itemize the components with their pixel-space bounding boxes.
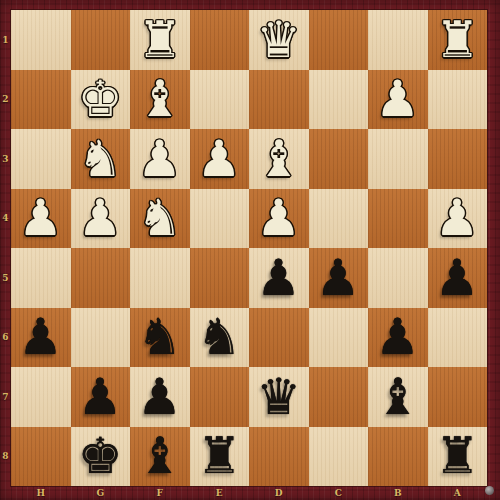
rank-label-1: 1: [0, 35, 11, 45]
square-h7[interactable]: [11, 367, 71, 427]
square-a4[interactable]: ♟: [428, 189, 488, 249]
square-d2[interactable]: [249, 70, 309, 130]
square-a5[interactable]: ♟: [428, 248, 488, 308]
square-c1[interactable]: [309, 10, 369, 70]
square-f7[interactable]: ♟: [130, 367, 190, 427]
piece-black-knight[interactable]: ♞: [197, 312, 242, 362]
square-f3[interactable]: ♟: [130, 129, 190, 189]
square-b5[interactable]: [368, 248, 428, 308]
square-g1[interactable]: [71, 10, 131, 70]
piece-black-pawn[interactable]: ♟: [18, 312, 63, 362]
piece-white-pawn[interactable]: ♟: [197, 134, 242, 184]
square-e1[interactable]: [190, 10, 250, 70]
rank-label-6: 6: [0, 332, 11, 342]
square-g8[interactable]: ♚: [71, 427, 131, 487]
square-h1[interactable]: [11, 10, 71, 70]
square-d5[interactable]: ♟: [249, 248, 309, 308]
file-label-c: C: [335, 486, 342, 500]
square-f2[interactable]: ♝: [130, 70, 190, 130]
piece-white-knight[interactable]: ♞: [78, 134, 123, 184]
file-label-h: H: [36, 486, 45, 500]
square-d7[interactable]: ♛: [249, 367, 309, 427]
square-g6[interactable]: [71, 308, 131, 368]
square-g2[interactable]: ♚: [71, 70, 131, 130]
square-d4[interactable]: ♟: [249, 189, 309, 249]
square-a6[interactable]: [428, 308, 488, 368]
square-g3[interactable]: ♞: [71, 129, 131, 189]
piece-white-rook[interactable]: ♜: [137, 15, 182, 65]
square-f5[interactable]: [130, 248, 190, 308]
piece-white-pawn[interactable]: ♟: [18, 193, 63, 243]
square-e8[interactable]: ♜: [190, 427, 250, 487]
square-a8[interactable]: ♜: [428, 427, 488, 487]
piece-black-rook[interactable]: ♜: [435, 431, 480, 481]
square-e5[interactable]: [190, 248, 250, 308]
square-a3[interactable]: [428, 129, 488, 189]
square-c4[interactable]: [309, 189, 369, 249]
square-d8[interactable]: [249, 427, 309, 487]
piece-black-pawn[interactable]: ♟: [256, 253, 301, 303]
rank-label-2: 2: [0, 94, 11, 104]
square-f1[interactable]: ♜: [130, 10, 190, 70]
piece-black-rook[interactable]: ♜: [197, 431, 242, 481]
chessboard: ♜♛♜♚♝♟♞♟♟♝♟♟♞♟♟♟♟♟♟♞♞♟♟♟♛♝♚♝♜♜: [11, 10, 487, 486]
piece-black-bishop[interactable]: ♝: [375, 372, 420, 422]
square-a2[interactable]: [428, 70, 488, 130]
square-h3[interactable]: [11, 129, 71, 189]
file-label-b: B: [394, 486, 402, 500]
file-label-g: G: [96, 486, 104, 500]
piece-white-pawn[interactable]: ♟: [78, 193, 123, 243]
piece-white-pawn[interactable]: ♟: [256, 193, 301, 243]
square-c3[interactable]: [309, 129, 369, 189]
square-b8[interactable]: [368, 427, 428, 487]
file-label-a: A: [454, 486, 461, 500]
square-e2[interactable]: [190, 70, 250, 130]
piece-white-queen[interactable]: ♛: [256, 15, 301, 65]
square-c5[interactable]: ♟: [309, 248, 369, 308]
piece-white-king[interactable]: ♚: [78, 74, 123, 124]
piece-black-bishop[interactable]: ♝: [137, 431, 182, 481]
piece-black-pawn[interactable]: ♟: [435, 253, 480, 303]
corner-dot-icon: [485, 486, 494, 495]
file-label-f: F: [157, 486, 163, 500]
square-b7[interactable]: ♝: [368, 367, 428, 427]
square-b4[interactable]: [368, 189, 428, 249]
square-e7[interactable]: [190, 367, 250, 427]
square-h6[interactable]: ♟: [11, 308, 71, 368]
square-d1[interactable]: ♛: [249, 10, 309, 70]
square-h5[interactable]: [11, 248, 71, 308]
square-b6[interactable]: ♟: [368, 308, 428, 368]
file-label-e: E: [216, 486, 223, 500]
square-b1[interactable]: [368, 10, 428, 70]
square-e3[interactable]: ♟: [190, 129, 250, 189]
rank-label-4: 4: [0, 213, 11, 223]
piece-white-knight[interactable]: ♞: [137, 193, 182, 243]
square-b3[interactable]: [368, 129, 428, 189]
rank-label-7: 7: [0, 392, 11, 402]
square-f4[interactable]: ♞: [130, 189, 190, 249]
square-c8[interactable]: [309, 427, 369, 487]
chessboard-frame: ♜♛♜♚♝♟♞♟♟♝♟♟♞♟♟♟♟♟♟♞♞♟♟♟♛♝♚♝♜♜ 12345678H…: [0, 0, 500, 500]
square-g4[interactable]: ♟: [71, 189, 131, 249]
square-g7[interactable]: ♟: [71, 367, 131, 427]
square-g5[interactable]: [71, 248, 131, 308]
square-h2[interactable]: [11, 70, 71, 130]
square-c6[interactable]: [309, 308, 369, 368]
square-h8[interactable]: [11, 427, 71, 487]
piece-black-king[interactable]: ♚: [78, 431, 123, 481]
rank-label-3: 3: [0, 154, 11, 164]
square-b2[interactable]: ♟: [368, 70, 428, 130]
piece-black-pawn[interactable]: ♟: [316, 253, 361, 303]
piece-black-pawn[interactable]: ♟: [375, 312, 420, 362]
square-d3[interactable]: ♝: [249, 129, 309, 189]
piece-white-pawn[interactable]: ♟: [137, 134, 182, 184]
square-d6[interactable]: [249, 308, 309, 368]
piece-white-bishop[interactable]: ♝: [137, 74, 182, 124]
square-c7[interactable]: [309, 367, 369, 427]
rank-label-8: 8: [0, 451, 11, 461]
piece-white-pawn[interactable]: ♟: [375, 74, 420, 124]
piece-white-bishop[interactable]: ♝: [256, 134, 301, 184]
square-f8[interactable]: ♝: [130, 427, 190, 487]
file-label-d: D: [275, 486, 283, 500]
square-h4[interactable]: ♟: [11, 189, 71, 249]
rank-label-5: 5: [0, 273, 11, 283]
square-a7[interactable]: [428, 367, 488, 427]
square-c2[interactable]: [309, 70, 369, 130]
piece-black-knight[interactable]: ♞: [137, 312, 182, 362]
square-a1[interactable]: ♜: [428, 10, 488, 70]
piece-black-queen[interactable]: ♛: [256, 372, 301, 422]
square-e6[interactable]: ♞: [190, 308, 250, 368]
piece-black-pawn[interactable]: ♟: [137, 372, 182, 422]
square-e4[interactable]: [190, 189, 250, 249]
piece-white-rook[interactable]: ♜: [435, 15, 480, 65]
piece-white-pawn[interactable]: ♟: [435, 193, 480, 243]
square-f6[interactable]: ♞: [130, 308, 190, 368]
piece-black-pawn[interactable]: ♟: [78, 372, 123, 422]
